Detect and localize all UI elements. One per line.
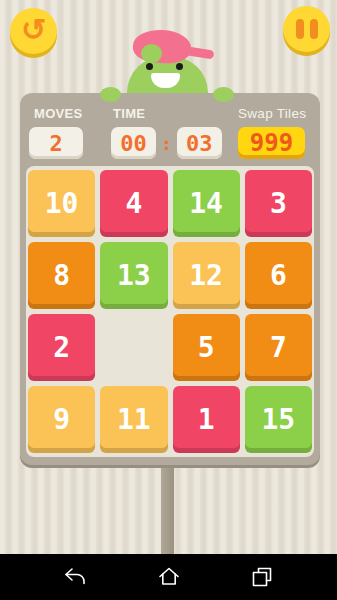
home-button[interactable] <box>156 564 182 590</box>
mascot-eye <box>146 63 153 70</box>
recents-button[interactable] <box>249 564 275 590</box>
home-icon <box>156 565 182 589</box>
moves-label: MOVES <box>34 106 83 121</box>
tile[interactable]: 1 <box>173 386 240 453</box>
tile[interactable]: 12 <box>173 242 240 309</box>
tile[interactable]: 6 <box>245 242 312 309</box>
pause-button[interactable] <box>283 6 330 52</box>
game-screen: ↺ MOVES 2 TIME 00 : 03 Swap Tiles <box>0 0 337 600</box>
tile[interactable]: 9 <box>28 386 95 453</box>
tile[interactable]: 14 <box>173 170 240 237</box>
mascot-hand <box>213 87 234 102</box>
tile[interactable]: 2 <box>28 314 95 381</box>
mascot-eye <box>176 63 183 70</box>
pause-icon <box>296 19 318 39</box>
puzzle-board: 10 4 14 3 8 13 12 6 2 5 7 9 11 1 15 <box>26 166 314 457</box>
tile[interactable]: 15 <box>245 386 312 453</box>
time-counter: TIME 00 : 03 <box>111 106 222 159</box>
time-colon: : <box>161 133 172 154</box>
time-minutes: 00 <box>111 127 156 159</box>
moves-value: 2 <box>29 127 83 159</box>
time-label: TIME <box>113 106 222 121</box>
signpost-pole <box>161 460 174 556</box>
android-navbar <box>0 554 337 600</box>
tile[interactable]: 4 <box>100 170 167 237</box>
empty-cell <box>100 314 167 381</box>
restart-icon: ↺ <box>21 15 46 45</box>
tile[interactable]: 11 <box>100 386 167 453</box>
mascot-hand <box>100 87 121 102</box>
tile[interactable]: 3 <box>245 170 312 237</box>
back-icon <box>63 565 87 589</box>
game-panel: MOVES 2 TIME 00 : 03 Swap Tiles 999 10 4… <box>20 93 320 465</box>
moves-counter: MOVES 2 <box>29 106 83 159</box>
tile[interactable]: 13 <box>100 242 167 309</box>
swap-tiles-label: Swap Tiles <box>238 106 306 121</box>
swap-tiles-button[interactable]: 999 <box>238 127 305 159</box>
restart-button[interactable]: ↺ <box>10 8 57 54</box>
recents-icon <box>250 565 274 589</box>
tile[interactable]: 8 <box>28 242 95 309</box>
tile[interactable]: 5 <box>173 314 240 381</box>
mascot-cap-badge <box>141 44 162 63</box>
time-seconds: 03 <box>177 127 222 159</box>
tile[interactable]: 10 <box>28 170 95 237</box>
swap-tiles-counter: Swap Tiles 999 <box>238 106 306 159</box>
tile[interactable]: 7 <box>245 314 312 381</box>
back-button[interactable] <box>62 564 88 590</box>
